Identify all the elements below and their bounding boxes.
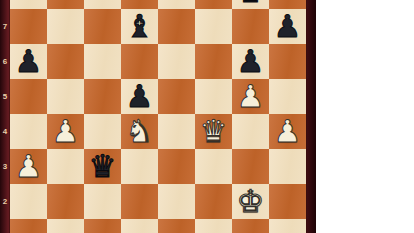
square-e7[interactable]: [158, 9, 195, 44]
square-a8[interactable]: [10, 0, 47, 9]
square-b7[interactable]: [47, 9, 84, 44]
square-b5[interactable]: [47, 79, 84, 114]
piece-white-pawn-b4[interactable]: ♟: [47, 114, 84, 149]
square-b6[interactable]: [47, 44, 84, 79]
square-e5[interactable]: [158, 79, 195, 114]
square-e3[interactable]: [158, 149, 195, 184]
square-h5[interactable]: [269, 79, 306, 114]
square-g7[interactable]: [232, 9, 269, 44]
board-squares: ♚♝♟♟♟♟♟♟♞♛♟♟♛♚: [10, 0, 306, 233]
square-h6[interactable]: [269, 44, 306, 79]
chess-diagram-screenshot: 87654321 ♚♝♟♟♟♟♟♟♞♛♟♟♛♚: [0, 0, 414, 233]
square-f1[interactable]: [195, 219, 232, 233]
piece-black-pawn-a6[interactable]: ♟: [10, 44, 47, 79]
piece-white-pawn-a3[interactable]: ♟: [10, 149, 47, 184]
square-d2[interactable]: [121, 184, 158, 219]
square-f3[interactable]: [195, 149, 232, 184]
piece-black-pawn-h7[interactable]: ♟: [269, 9, 306, 44]
square-f5[interactable]: [195, 79, 232, 114]
square-d5[interactable]: ♟: [121, 79, 158, 114]
square-c1[interactable]: [84, 219, 121, 233]
square-e2[interactable]: [158, 184, 195, 219]
square-g5[interactable]: ♟: [232, 79, 269, 114]
square-b8[interactable]: [47, 0, 84, 9]
square-b4[interactable]: ♟: [47, 114, 84, 149]
square-g3[interactable]: [232, 149, 269, 184]
square-g6[interactable]: ♟: [232, 44, 269, 79]
square-a7[interactable]: [10, 9, 47, 44]
square-d1[interactable]: [121, 219, 158, 233]
square-f8[interactable]: [195, 0, 232, 9]
square-a5[interactable]: [10, 79, 47, 114]
piece-white-pawn-g5[interactable]: ♟: [232, 79, 269, 114]
square-e1[interactable]: [158, 219, 195, 233]
square-e8[interactable]: [158, 0, 195, 9]
rank-label-6: 6: [0, 44, 10, 79]
square-g8[interactable]: ♚: [232, 0, 269, 9]
square-e6[interactable]: [158, 44, 195, 79]
square-f6[interactable]: [195, 44, 232, 79]
rank-label-8: 8: [0, 0, 10, 9]
piece-black-king-g8[interactable]: ♚: [232, 0, 269, 9]
square-b2[interactable]: [47, 184, 84, 219]
square-c6[interactable]: [84, 44, 121, 79]
square-g2[interactable]: ♚: [232, 184, 269, 219]
rank-label-4: 4: [0, 114, 10, 149]
rank-label-5: 5: [0, 79, 10, 114]
square-c5[interactable]: [84, 79, 121, 114]
piece-black-pawn-d5[interactable]: ♟: [121, 79, 158, 114]
piece-white-knight-d4[interactable]: ♞: [121, 114, 158, 149]
piece-white-queen-f4[interactable]: ♛: [195, 114, 232, 149]
square-c8[interactable]: [84, 0, 121, 9]
square-f7[interactable]: [195, 9, 232, 44]
square-d6[interactable]: [121, 44, 158, 79]
square-h2[interactable]: [269, 184, 306, 219]
rank-label-3: 3: [0, 149, 10, 184]
square-a4[interactable]: [10, 114, 47, 149]
square-c2[interactable]: [84, 184, 121, 219]
square-h4[interactable]: ♟: [269, 114, 306, 149]
rank-label-2: 2: [0, 184, 10, 219]
square-g1[interactable]: [232, 219, 269, 233]
piece-black-pawn-g6[interactable]: ♟: [232, 44, 269, 79]
piece-black-bishop-d7[interactable]: ♝: [121, 9, 158, 44]
piece-white-king-g2[interactable]: ♚: [232, 184, 269, 219]
rank-label-1: 1: [0, 219, 10, 233]
square-c3[interactable]: ♛: [84, 149, 121, 184]
square-a1[interactable]: [10, 219, 47, 233]
piece-white-pawn-h4[interactable]: ♟: [269, 114, 306, 149]
square-h7[interactable]: ♟: [269, 9, 306, 44]
square-d4[interactable]: ♞: [121, 114, 158, 149]
chess-board-frame: 87654321 ♚♝♟♟♟♟♟♟♞♛♟♟♛♚: [0, 0, 316, 233]
square-h1[interactable]: [269, 219, 306, 233]
square-a2[interactable]: [10, 184, 47, 219]
square-d3[interactable]: [121, 149, 158, 184]
square-c4[interactable]: [84, 114, 121, 149]
rank-label-7: 7: [0, 9, 10, 44]
square-g4[interactable]: [232, 114, 269, 149]
square-b3[interactable]: [47, 149, 84, 184]
square-b1[interactable]: [47, 219, 84, 233]
piece-black-queen-c3[interactable]: ♛: [84, 149, 121, 184]
square-e4[interactable]: [158, 114, 195, 149]
square-a6[interactable]: ♟: [10, 44, 47, 79]
square-f4[interactable]: ♛: [195, 114, 232, 149]
square-c7[interactable]: [84, 9, 121, 44]
square-f2[interactable]: [195, 184, 232, 219]
square-d7[interactable]: ♝: [121, 9, 158, 44]
square-a3[interactable]: ♟: [10, 149, 47, 184]
square-h3[interactable]: [269, 149, 306, 184]
rank-labels: 87654321: [0, 0, 10, 233]
